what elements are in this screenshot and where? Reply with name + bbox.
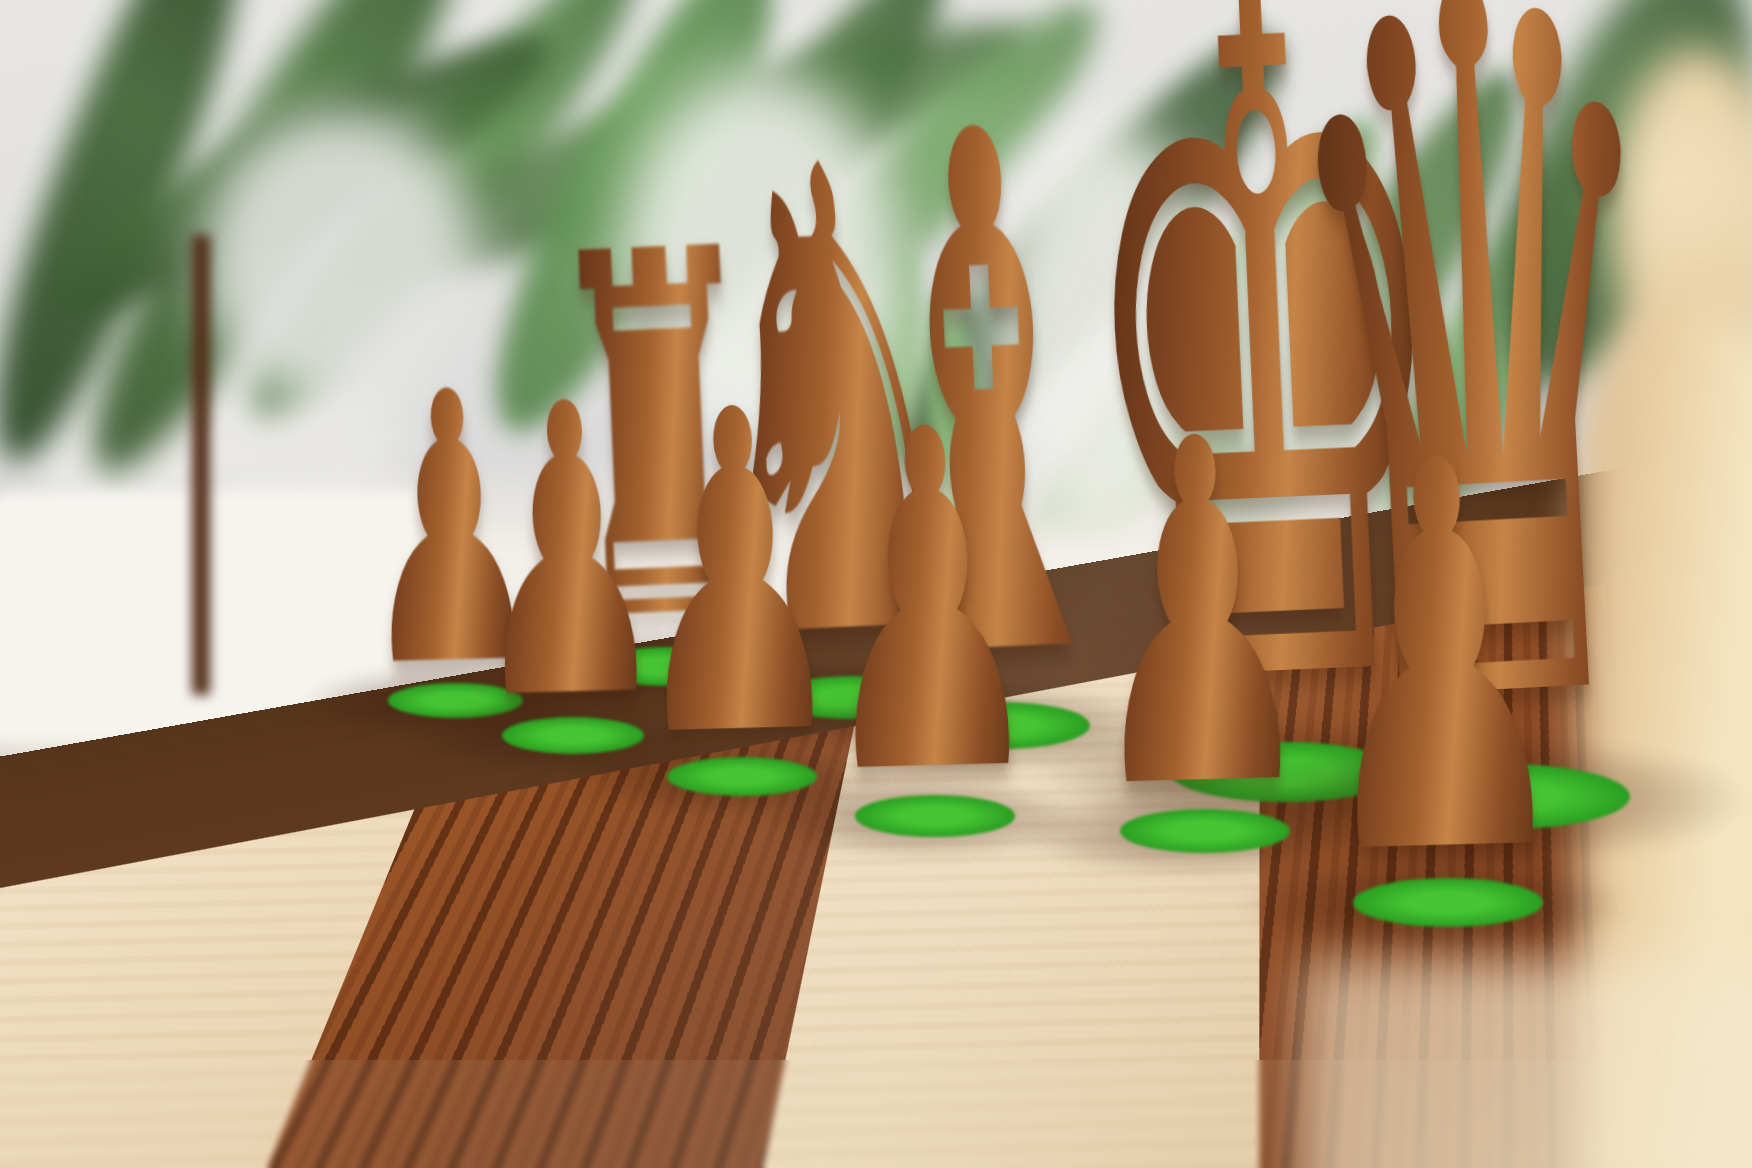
piece-black-pawn-e7[interactable]: ♟	[808, 368, 1050, 840]
piece-black-pawn-d7[interactable]: ♟	[1076, 376, 1322, 855]
photo-of-minimalist-chess-set: ♜♞♝♚♛♟♟♟♟♟♟	[0, 0, 1752, 1168]
depth-of-field-bottom-blur	[0, 1060, 1752, 1168]
piece-black-pawn-c7[interactable]: ♟	[1303, 390, 1580, 930]
